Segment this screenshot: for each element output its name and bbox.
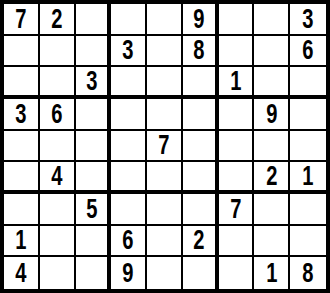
cell-r5c3[interactable] <box>76 131 112 163</box>
cell-r6c4[interactable] <box>111 162 147 194</box>
given-digit: 3 <box>123 36 134 64</box>
cell-r7c5[interactable] <box>147 194 183 226</box>
cell-r4c9[interactable] <box>290 99 326 131</box>
given-digit: 1 <box>302 162 313 190</box>
given-digit: 4 <box>15 259 26 287</box>
given-digit: 3 <box>86 67 97 95</box>
cell-r1c4[interactable] <box>111 4 147 36</box>
cell-r2c5[interactable] <box>147 36 183 68</box>
cell-r9c7[interactable] <box>219 257 255 289</box>
cell-r6c3[interactable] <box>76 162 112 194</box>
cell-r9c1: 4 <box>4 257 40 289</box>
cell-r6c1[interactable] <box>4 162 40 194</box>
cell-r3c1[interactable] <box>4 67 40 99</box>
cell-r1c7[interactable] <box>219 4 255 36</box>
cell-r7c7: 7 <box>219 194 255 226</box>
cell-r8c4: 6 <box>111 226 147 258</box>
cell-r3c9[interactable] <box>290 67 326 99</box>
cell-r4c5[interactable] <box>147 99 183 131</box>
cell-r4c6[interactable] <box>183 99 219 131</box>
given-digit: 7 <box>158 131 169 159</box>
cell-r4c7[interactable] <box>219 99 255 131</box>
cell-r5c4[interactable] <box>111 131 147 163</box>
cell-r8c2[interactable] <box>40 226 76 258</box>
cell-r9c3[interactable] <box>76 257 112 289</box>
cell-r6c9: 1 <box>290 162 326 194</box>
cell-r4c2: 6 <box>40 99 76 131</box>
given-digit: 7 <box>230 195 241 223</box>
cell-r1c1: 7 <box>4 4 40 36</box>
cell-r8c7[interactable] <box>219 226 255 258</box>
cell-r1c9: 3 <box>290 4 326 36</box>
given-digit: 4 <box>51 162 62 190</box>
sudoku-board: 7293386313697421571624918 <box>0 0 330 293</box>
cell-r8c5[interactable] <box>147 226 183 258</box>
cell-r1c2: 2 <box>40 4 76 36</box>
cell-r2c1[interactable] <box>4 36 40 68</box>
given-digit: 1 <box>15 226 26 254</box>
cell-r3c6[interactable] <box>183 67 219 99</box>
cell-r7c8[interactable] <box>254 194 290 226</box>
given-digit: 9 <box>193 5 204 33</box>
cell-r1c8[interactable] <box>254 4 290 36</box>
cell-r8c9[interactable] <box>290 226 326 258</box>
cell-r1c5[interactable] <box>147 4 183 36</box>
cell-r4c1: 3 <box>4 99 40 131</box>
cell-r7c9[interactable] <box>290 194 326 226</box>
given-digit: 5 <box>86 195 97 223</box>
cell-r6c5[interactable] <box>147 162 183 194</box>
given-digit: 1 <box>230 67 241 95</box>
cell-r7c3: 5 <box>76 194 112 226</box>
given-digit: 9 <box>123 259 134 287</box>
cell-r5c8[interactable] <box>254 131 290 163</box>
cell-r7c6[interactable] <box>183 194 219 226</box>
given-digit: 8 <box>193 36 204 64</box>
cell-r9c2[interactable] <box>40 257 76 289</box>
cell-r7c1[interactable] <box>4 194 40 226</box>
cell-r9c8: 1 <box>254 257 290 289</box>
given-digit: 1 <box>266 259 277 287</box>
cell-r8c1: 1 <box>4 226 40 258</box>
cell-r5c2[interactable] <box>40 131 76 163</box>
cell-r5c7[interactable] <box>219 131 255 163</box>
cell-r3c5[interactable] <box>147 67 183 99</box>
cell-r2c2[interactable] <box>40 36 76 68</box>
given-digit: 7 <box>15 5 26 33</box>
cell-r8c6: 2 <box>183 226 219 258</box>
cell-r4c3[interactable] <box>76 99 112 131</box>
cell-r2c3[interactable] <box>76 36 112 68</box>
cell-r3c8[interactable] <box>254 67 290 99</box>
cell-r6c7[interactable] <box>219 162 255 194</box>
cell-r2c9: 6 <box>290 36 326 68</box>
given-digit: 3 <box>15 100 26 128</box>
cell-r2c4: 3 <box>111 36 147 68</box>
cell-r8c8[interactable] <box>254 226 290 258</box>
cell-r6c2: 4 <box>40 162 76 194</box>
given-digit: 3 <box>302 5 313 33</box>
cell-r3c4[interactable] <box>111 67 147 99</box>
given-digit: 6 <box>302 36 313 64</box>
cell-r6c8: 2 <box>254 162 290 194</box>
given-digit: 9 <box>266 100 277 128</box>
cell-r6c6[interactable] <box>183 162 219 194</box>
cell-r2c8[interactable] <box>254 36 290 68</box>
cell-r5c6[interactable] <box>183 131 219 163</box>
cell-r8c3[interactable] <box>76 226 112 258</box>
given-digit: 2 <box>193 226 204 254</box>
cell-r5c1[interactable] <box>4 131 40 163</box>
cell-r9c6[interactable] <box>183 257 219 289</box>
given-digit: 6 <box>51 100 62 128</box>
cell-r3c3: 3 <box>76 67 112 99</box>
cell-r3c7: 1 <box>219 67 255 99</box>
given-digit: 2 <box>51 5 62 33</box>
given-digit: 6 <box>123 226 134 254</box>
cell-r9c9: 8 <box>290 257 326 289</box>
cell-r7c4[interactable] <box>111 194 147 226</box>
cell-r2c7[interactable] <box>219 36 255 68</box>
cell-r4c8: 9 <box>254 99 290 131</box>
cell-r3c2[interactable] <box>40 67 76 99</box>
given-digit: 2 <box>266 162 277 190</box>
cell-r4c4[interactable] <box>111 99 147 131</box>
cell-r2c6: 8 <box>183 36 219 68</box>
cell-r1c3[interactable] <box>76 4 112 36</box>
cell-r5c5: 7 <box>147 131 183 163</box>
cell-r5c9[interactable] <box>290 131 326 163</box>
cell-r9c5[interactable] <box>147 257 183 289</box>
cell-r1c6: 9 <box>183 4 219 36</box>
given-digit: 8 <box>302 259 313 287</box>
cell-r7c2[interactable] <box>40 194 76 226</box>
cell-r9c4: 9 <box>111 257 147 289</box>
